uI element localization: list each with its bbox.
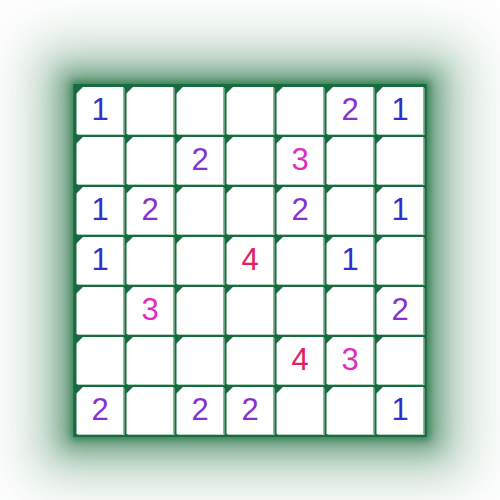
cell-r1c1[interactable]: 1: [77, 87, 124, 134]
cell-r5c1[interactable]: [77, 287, 124, 334]
clue-digit: 1: [341, 244, 358, 275]
cell-r4c6[interactable]: 1: [327, 237, 374, 284]
cell-r2c3[interactable]: 2: [177, 137, 224, 184]
cell-r4c1[interactable]: 1: [77, 237, 124, 284]
cell-r1c2[interactable]: [127, 87, 174, 134]
cell-r3c7[interactable]: 1: [377, 187, 424, 234]
clue-digit: 2: [391, 294, 408, 325]
cell-r6c4[interactable]: [227, 337, 274, 384]
clue-digit: 1: [91, 94, 108, 125]
cell-r6c5[interactable]: 4: [277, 337, 324, 384]
cell-r5c7[interactable]: 2: [377, 287, 424, 334]
cell-r2c7[interactable]: [377, 137, 424, 184]
clue-digit: 3: [291, 144, 308, 175]
clue-digit: 2: [191, 144, 208, 175]
cell-r2c6[interactable]: [327, 137, 374, 184]
cell-r6c1[interactable]: [77, 337, 124, 384]
cell-r1c4[interactable]: [227, 87, 274, 134]
cell-r1c5[interactable]: [277, 87, 324, 134]
cell-r3c2[interactable]: 2: [127, 187, 174, 234]
cell-r4c5[interactable]: [277, 237, 324, 284]
clue-digit: 2: [291, 194, 308, 225]
cell-r6c3[interactable]: [177, 337, 224, 384]
cell-r5c6[interactable]: [327, 287, 374, 334]
cell-r2c2[interactable]: [127, 137, 174, 184]
cell-r6c7[interactable]: [377, 337, 424, 384]
cell-r3c1[interactable]: 1: [77, 187, 124, 234]
clue-digit: 2: [141, 194, 158, 225]
cell-r3c3[interactable]: [177, 187, 224, 234]
clue-digit: 1: [391, 394, 408, 425]
clue-digit: 2: [341, 94, 358, 125]
clue-digit: 4: [291, 344, 308, 375]
clue-digit: 4: [241, 244, 258, 275]
cell-r4c3[interactable]: [177, 237, 224, 284]
cell-r2c5[interactable]: 3: [277, 137, 324, 184]
cell-r2c1[interactable]: [77, 137, 124, 184]
cell-r1c7[interactable]: 1: [377, 87, 424, 134]
clue-digit: 1: [391, 94, 408, 125]
cell-r4c2[interactable]: [127, 237, 174, 284]
cell-r7c5[interactable]: [277, 387, 324, 434]
clue-digit: 2: [191, 394, 208, 425]
cell-r7c6[interactable]: [327, 387, 374, 434]
clue-digit: 2: [241, 394, 258, 425]
clue-digit: 3: [341, 344, 358, 375]
cell-r5c5[interactable]: [277, 287, 324, 334]
cell-r5c4[interactable]: [227, 287, 274, 334]
cell-r2c4[interactable]: [227, 137, 274, 184]
clue-digit: 1: [391, 194, 408, 225]
cell-r1c3[interactable]: [177, 87, 224, 134]
cell-r3c6[interactable]: [327, 187, 374, 234]
cell-r3c4[interactable]: [227, 187, 274, 234]
cell-r7c4[interactable]: 2: [227, 387, 274, 434]
cell-r7c7[interactable]: 1: [377, 387, 424, 434]
cell-r7c1[interactable]: 2: [77, 387, 124, 434]
cell-r5c2[interactable]: 3: [127, 287, 174, 334]
cell-r6c6[interactable]: 3: [327, 337, 374, 384]
cell-r6c2[interactable]: [127, 337, 174, 384]
puzzle-board: 12123122114132432221: [74, 84, 427, 437]
puzzle-page: 12123122114132432221: [0, 0, 500, 500]
cell-r5c3[interactable]: [177, 287, 224, 334]
clue-digit: 1: [91, 244, 108, 275]
clue-digit: 2: [91, 394, 108, 425]
cell-r3c5[interactable]: 2: [277, 187, 324, 234]
cell-r4c4[interactable]: 4: [227, 237, 274, 284]
cell-r1c6[interactable]: 2: [327, 87, 374, 134]
clue-digit: 1: [91, 194, 108, 225]
cell-r7c3[interactable]: 2: [177, 387, 224, 434]
cell-r7c2[interactable]: [127, 387, 174, 434]
cell-r4c7[interactable]: [377, 237, 424, 284]
clue-digit: 3: [141, 294, 158, 325]
